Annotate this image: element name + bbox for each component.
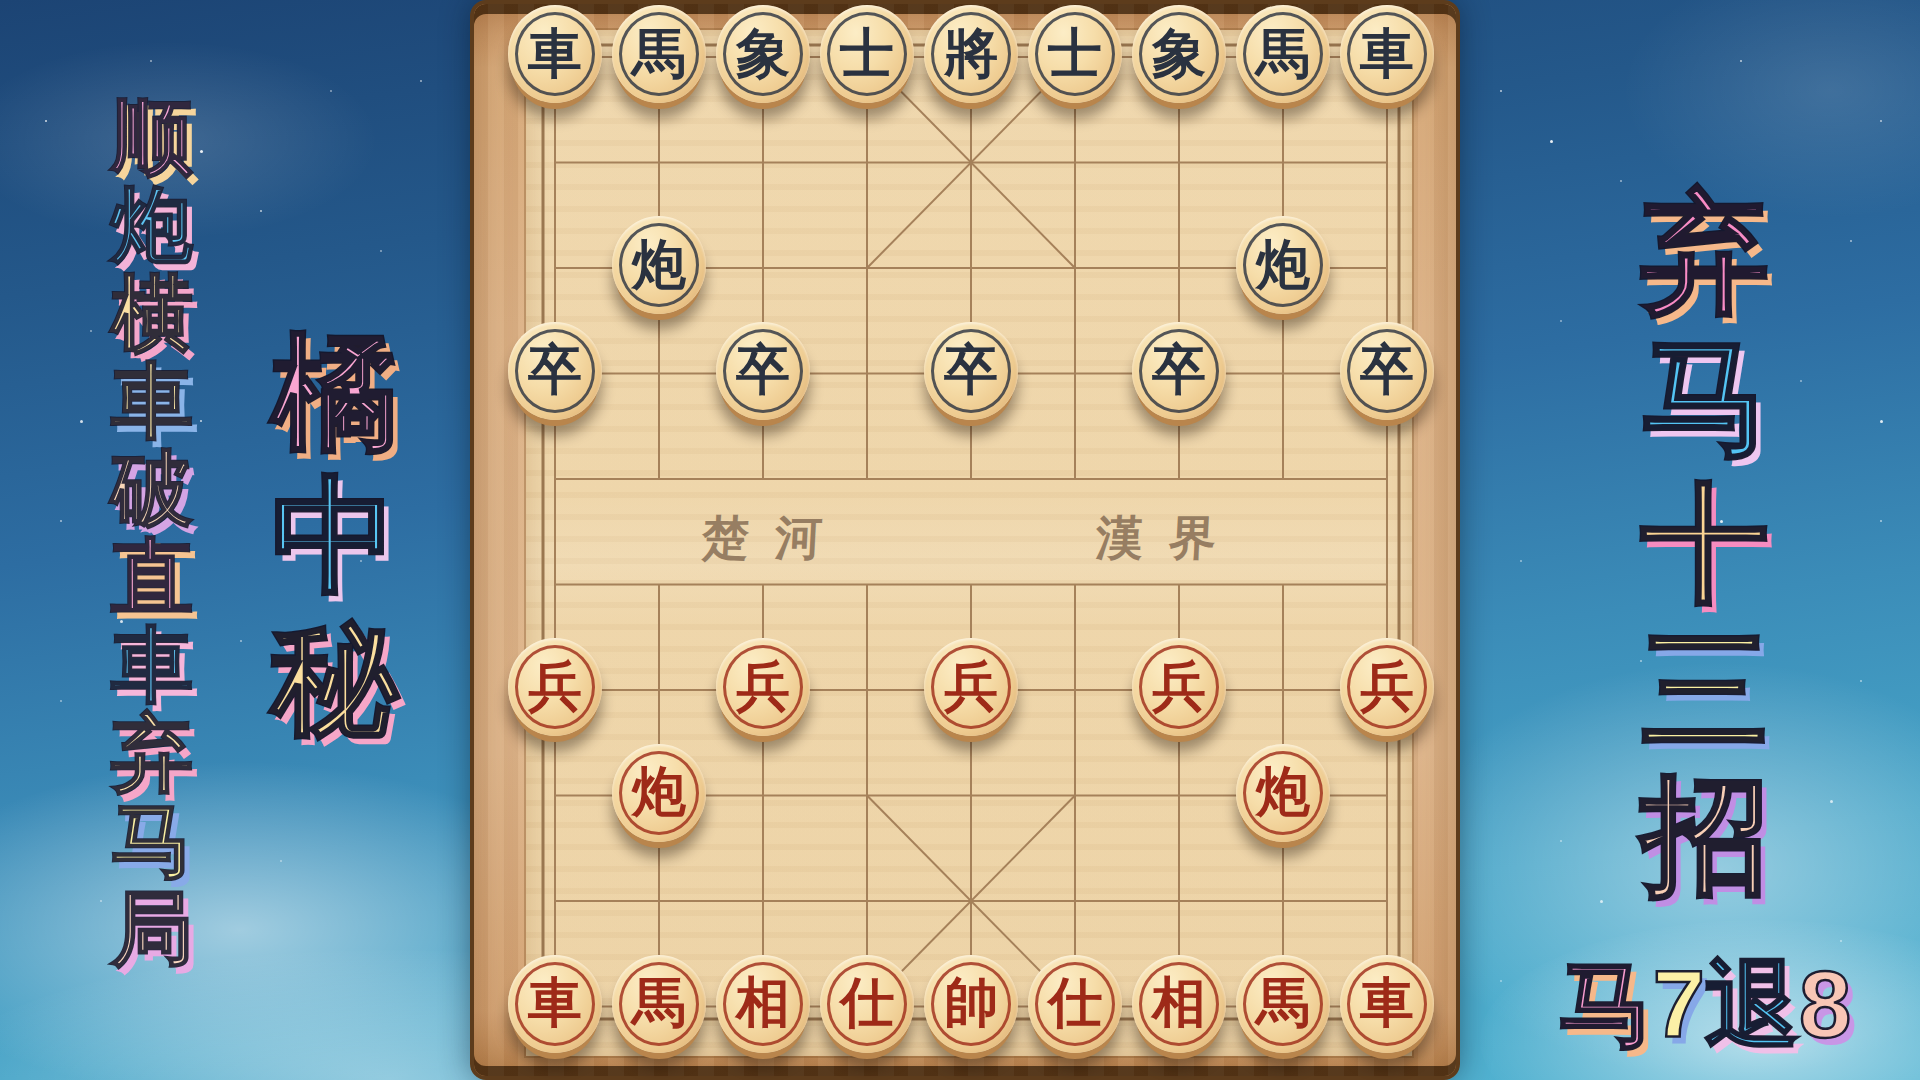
piece-black-horse[interactable]: 馬 xyxy=(1236,5,1330,103)
title-char: 弃 xyxy=(111,712,193,800)
piece-black-general[interactable]: 將 xyxy=(924,5,1018,103)
board-field[interactable]: 楚河 漢界 車馬象士將士象馬車炮炮卒卒卒卒卒兵兵兵兵兵炮炮車馬相仕帥仕相馬車 xyxy=(526,30,1412,1056)
title-char: 橘 xyxy=(272,330,398,473)
piece-glyph: 兵 xyxy=(924,638,1018,736)
title-char: 马 xyxy=(1559,958,1653,1052)
title-char: 弃 xyxy=(1641,188,1769,334)
piece-glyph: 炮 xyxy=(1236,744,1330,842)
piece-glyph: 車 xyxy=(1340,5,1434,103)
piece-glyph: 馬 xyxy=(1236,955,1330,1053)
piece-glyph: 卒 xyxy=(924,322,1018,420)
title-char: 車 xyxy=(111,624,193,712)
piece-black-elephant[interactable]: 象 xyxy=(1132,5,1226,103)
piece-black-elephant[interactable]: 象 xyxy=(716,5,810,103)
piece-glyph: 兵 xyxy=(1340,638,1434,736)
piece-black-chariot[interactable]: 車 xyxy=(508,5,602,103)
piece-red-cannon[interactable]: 炮 xyxy=(612,744,706,842)
title-char: 局 xyxy=(111,888,193,976)
piece-black-advisor[interactable]: 士 xyxy=(1028,5,1122,103)
piece-black-horse[interactable]: 馬 xyxy=(612,5,706,103)
piece-red-soldier[interactable]: 兵 xyxy=(508,638,602,736)
piece-red-horse[interactable]: 馬 xyxy=(612,955,706,1053)
title-char: 横 xyxy=(111,272,193,360)
piece-glyph: 馬 xyxy=(1236,5,1330,103)
piece-glyph: 車 xyxy=(508,955,602,1053)
river-text-right: 漢界 xyxy=(1094,507,1243,570)
title-char: 三 xyxy=(1641,626,1769,772)
title-char: 马 xyxy=(111,800,193,888)
title-char: 顺 xyxy=(111,96,193,184)
title-char: 破 xyxy=(111,448,193,536)
river-text-left: 楚河 xyxy=(700,507,849,570)
title-char: 秘 xyxy=(272,616,398,759)
title-char: 中 xyxy=(272,473,398,616)
piece-glyph: 卒 xyxy=(1340,322,1434,420)
title-char: 7 xyxy=(1653,958,1705,1052)
piece-red-horse[interactable]: 馬 xyxy=(1236,955,1330,1053)
title-char: 直 xyxy=(111,536,193,624)
piece-glyph: 卒 xyxy=(716,322,810,420)
piece-red-soldier[interactable]: 兵 xyxy=(1132,638,1226,736)
piece-black-cannon[interactable]: 炮 xyxy=(1236,216,1330,314)
piece-glyph: 馬 xyxy=(612,955,706,1053)
piece-red-soldier[interactable]: 兵 xyxy=(924,638,1018,736)
piece-glyph: 將 xyxy=(924,5,1018,103)
title-char: 退 xyxy=(1705,958,1799,1052)
piece-black-soldier[interactable]: 卒 xyxy=(924,322,1018,420)
piece-black-advisor[interactable]: 士 xyxy=(820,5,914,103)
piece-glyph: 兵 xyxy=(508,638,602,736)
piece-glyph: 相 xyxy=(1132,955,1226,1053)
title-char: 马 xyxy=(1641,334,1769,480)
piece-glyph: 馬 xyxy=(612,5,706,103)
piece-glyph: 卒 xyxy=(508,322,602,420)
piece-red-chariot[interactable]: 車 xyxy=(1340,955,1434,1053)
right-vertical-title: 弃马十三招 xyxy=(1630,188,1780,918)
piece-black-soldier[interactable]: 卒 xyxy=(716,322,810,420)
piece-red-general[interactable]: 帥 xyxy=(924,955,1018,1053)
xiangqi-board[interactable]: 楚河 漢界 車馬象士將士象馬車炮炮卒卒卒卒卒兵兵兵兵兵炮炮車馬相仕帥仕相馬車 xyxy=(470,0,1460,1080)
piece-red-soldier[interactable]: 兵 xyxy=(1340,638,1434,736)
piece-red-elephant[interactable]: 相 xyxy=(1132,955,1226,1053)
piece-glyph: 炮 xyxy=(612,216,706,314)
piece-red-chariot[interactable]: 車 xyxy=(508,955,602,1053)
piece-red-soldier[interactable]: 兵 xyxy=(716,638,810,736)
board-grid-lines xyxy=(526,30,1412,1056)
piece-red-cannon[interactable]: 炮 xyxy=(1236,744,1330,842)
piece-black-soldier[interactable]: 卒 xyxy=(1132,322,1226,420)
title-char: 車 xyxy=(111,360,193,448)
piece-red-advisor[interactable]: 仕 xyxy=(1028,955,1122,1053)
piece-glyph: 士 xyxy=(1028,5,1122,103)
piece-red-advisor[interactable]: 仕 xyxy=(820,955,914,1053)
piece-glyph: 車 xyxy=(1340,955,1434,1053)
title-char: 炮 xyxy=(111,184,193,272)
star-field-bright xyxy=(0,0,3,3)
title-char: 十 xyxy=(1641,480,1769,626)
move-annotation: 马7退8 xyxy=(1565,958,1845,1052)
screen-background: 顺炮横車破直車弃马局 橘中秘 弃马十三招 马7退8 楚河 漢界 車馬象士將士象馬… xyxy=(0,0,1920,1080)
piece-glyph: 炮 xyxy=(612,744,706,842)
piece-glyph: 兵 xyxy=(716,638,810,736)
piece-glyph: 仕 xyxy=(1028,955,1122,1053)
left-sub-title: 橘中秘 xyxy=(262,330,407,759)
piece-glyph: 士 xyxy=(820,5,914,103)
piece-glyph: 象 xyxy=(1132,5,1226,103)
piece-red-elephant[interactable]: 相 xyxy=(716,955,810,1053)
title-char: 8 xyxy=(1799,958,1851,1052)
piece-glyph: 象 xyxy=(716,5,810,103)
piece-black-chariot[interactable]: 車 xyxy=(1340,5,1434,103)
piece-black-cannon[interactable]: 炮 xyxy=(612,216,706,314)
piece-glyph: 炮 xyxy=(1236,216,1330,314)
piece-glyph: 卒 xyxy=(1132,322,1226,420)
piece-glyph: 兵 xyxy=(1132,638,1226,736)
title-char: 招 xyxy=(1641,772,1769,918)
left-vertical-title: 顺炮横車破直車弃马局 xyxy=(92,96,212,976)
piece-glyph: 車 xyxy=(508,5,602,103)
piece-black-soldier[interactable]: 卒 xyxy=(508,322,602,420)
piece-glyph: 帥 xyxy=(924,955,1018,1053)
piece-glyph: 仕 xyxy=(820,955,914,1053)
piece-black-soldier[interactable]: 卒 xyxy=(1340,322,1434,420)
piece-glyph: 相 xyxy=(716,955,810,1053)
